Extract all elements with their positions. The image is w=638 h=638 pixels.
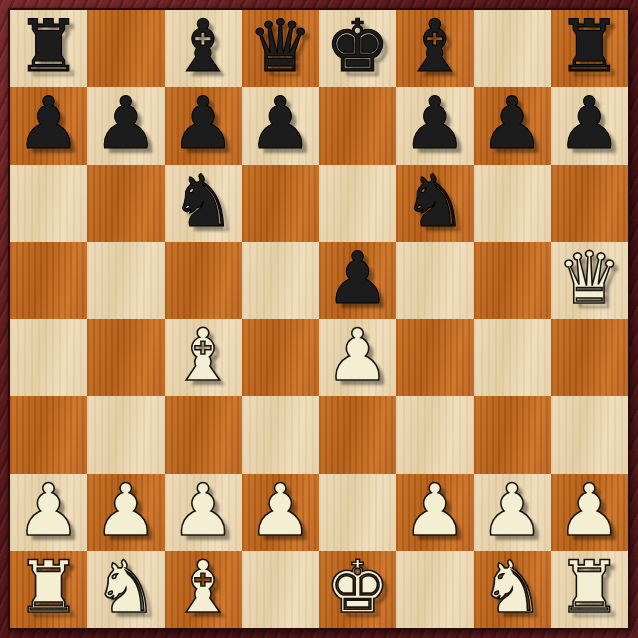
chess-board: ♜♝♛♚♝♜♟♟♟♟♟♟♟♞♞♟♛♝♟♟♟♟♟♟♟♟♜♞♝♚♞♜ (10, 10, 628, 628)
square-g2[interactable]: ♟ (474, 474, 551, 551)
piece-black-pawn-h7[interactable]: ♟ (557, 87, 622, 162)
square-d7[interactable]: ♟ (242, 87, 319, 164)
piece-white-pawn-e4[interactable]: ♟ (325, 319, 390, 394)
piece-black-pawn-c7[interactable]: ♟ (171, 87, 236, 162)
square-b8[interactable] (87, 10, 164, 87)
square-e2[interactable] (319, 474, 396, 551)
piece-white-queen-h5[interactable]: ♛ (557, 242, 622, 317)
square-g4[interactable] (474, 319, 551, 396)
square-e3[interactable] (319, 396, 396, 473)
square-g1[interactable]: ♞ (474, 551, 551, 628)
piece-white-pawn-b2[interactable]: ♟ (94, 474, 159, 549)
square-e8[interactable]: ♚ (319, 10, 396, 87)
square-a6[interactable] (10, 165, 87, 242)
square-f6[interactable]: ♞ (396, 165, 473, 242)
piece-white-pawn-h2[interactable]: ♟ (557, 474, 622, 549)
square-d4[interactable] (242, 319, 319, 396)
board-frame: ♜♝♛♚♝♜♟♟♟♟♟♟♟♞♞♟♛♝♟♟♟♟♟♟♟♟♜♞♝♚♞♜ (0, 0, 638, 638)
piece-black-bishop-f8[interactable]: ♝ (403, 10, 468, 85)
piece-black-queen-d8[interactable]: ♛ (248, 10, 313, 85)
piece-white-knight-b1[interactable]: ♞ (94, 551, 159, 626)
piece-white-bishop-c1[interactable]: ♝ (171, 551, 236, 626)
piece-black-pawn-f7[interactable]: ♟ (403, 87, 468, 162)
square-g8[interactable] (474, 10, 551, 87)
piece-white-pawn-d2[interactable]: ♟ (248, 474, 313, 549)
piece-white-rook-h1[interactable]: ♜ (557, 551, 622, 626)
square-h3[interactable] (551, 396, 628, 473)
square-d2[interactable]: ♟ (242, 474, 319, 551)
square-h8[interactable]: ♜ (551, 10, 628, 87)
square-a2[interactable]: ♟ (10, 474, 87, 551)
square-d3[interactable] (242, 396, 319, 473)
square-g3[interactable] (474, 396, 551, 473)
square-h6[interactable] (551, 165, 628, 242)
piece-white-knight-g1[interactable]: ♞ (480, 551, 545, 626)
square-f4[interactable] (396, 319, 473, 396)
square-e5[interactable]: ♟ (319, 242, 396, 319)
square-h7[interactable]: ♟ (551, 87, 628, 164)
square-c2[interactable]: ♟ (165, 474, 242, 551)
square-d8[interactable]: ♛ (242, 10, 319, 87)
piece-white-king-e1[interactable]: ♚ (325, 551, 390, 626)
square-a5[interactable] (10, 242, 87, 319)
square-c6[interactable]: ♞ (165, 165, 242, 242)
square-e7[interactable] (319, 87, 396, 164)
square-a3[interactable] (10, 396, 87, 473)
square-e6[interactable] (319, 165, 396, 242)
square-d6[interactable] (242, 165, 319, 242)
piece-white-bishop-c4[interactable]: ♝ (171, 319, 236, 394)
piece-black-bishop-c8[interactable]: ♝ (171, 10, 236, 85)
piece-white-pawn-g2[interactable]: ♟ (480, 474, 545, 549)
piece-black-pawn-g7[interactable]: ♟ (480, 87, 545, 162)
square-d5[interactable] (242, 242, 319, 319)
square-a1[interactable]: ♜ (10, 551, 87, 628)
square-g5[interactable] (474, 242, 551, 319)
square-h4[interactable] (551, 319, 628, 396)
piece-black-king-e8[interactable]: ♚ (325, 10, 390, 85)
square-c4[interactable]: ♝ (165, 319, 242, 396)
square-f7[interactable]: ♟ (396, 87, 473, 164)
piece-black-knight-f6[interactable]: ♞ (403, 165, 468, 240)
square-f3[interactable] (396, 396, 473, 473)
square-e4[interactable]: ♟ (319, 319, 396, 396)
piece-black-knight-c6[interactable]: ♞ (171, 165, 236, 240)
square-c8[interactable]: ♝ (165, 10, 242, 87)
square-d1[interactable] (242, 551, 319, 628)
square-e1[interactable]: ♚ (319, 551, 396, 628)
square-b1[interactable]: ♞ (87, 551, 164, 628)
square-f2[interactable]: ♟ (396, 474, 473, 551)
piece-black-rook-h8[interactable]: ♜ (557, 10, 622, 85)
square-h1[interactable]: ♜ (551, 551, 628, 628)
square-b5[interactable] (87, 242, 164, 319)
piece-black-rook-a8[interactable]: ♜ (16, 10, 81, 85)
square-b4[interactable] (87, 319, 164, 396)
square-f8[interactable]: ♝ (396, 10, 473, 87)
square-c3[interactable] (165, 396, 242, 473)
square-a8[interactable]: ♜ (10, 10, 87, 87)
piece-black-pawn-e5[interactable]: ♟ (325, 242, 390, 317)
piece-white-pawn-f2[interactable]: ♟ (403, 474, 468, 549)
piece-black-pawn-b7[interactable]: ♟ (94, 87, 159, 162)
square-c7[interactable]: ♟ (165, 87, 242, 164)
square-b2[interactable]: ♟ (87, 474, 164, 551)
square-c1[interactable]: ♝ (165, 551, 242, 628)
square-c5[interactable] (165, 242, 242, 319)
square-a4[interactable] (10, 319, 87, 396)
square-a7[interactable]: ♟ (10, 87, 87, 164)
piece-black-pawn-a7[interactable]: ♟ (16, 87, 81, 162)
square-g6[interactable] (474, 165, 551, 242)
square-h5[interactable]: ♛ (551, 242, 628, 319)
piece-white-pawn-a2[interactable]: ♟ (16, 474, 81, 549)
square-f5[interactable] (396, 242, 473, 319)
square-b3[interactable] (87, 396, 164, 473)
square-b7[interactable]: ♟ (87, 87, 164, 164)
piece-white-pawn-c2[interactable]: ♟ (171, 474, 236, 549)
square-h2[interactable]: ♟ (551, 474, 628, 551)
square-g7[interactable]: ♟ (474, 87, 551, 164)
piece-black-pawn-d7[interactable]: ♟ (248, 87, 313, 162)
square-b6[interactable] (87, 165, 164, 242)
square-f1[interactable] (396, 551, 473, 628)
piece-white-rook-a1[interactable]: ♜ (16, 551, 81, 626)
